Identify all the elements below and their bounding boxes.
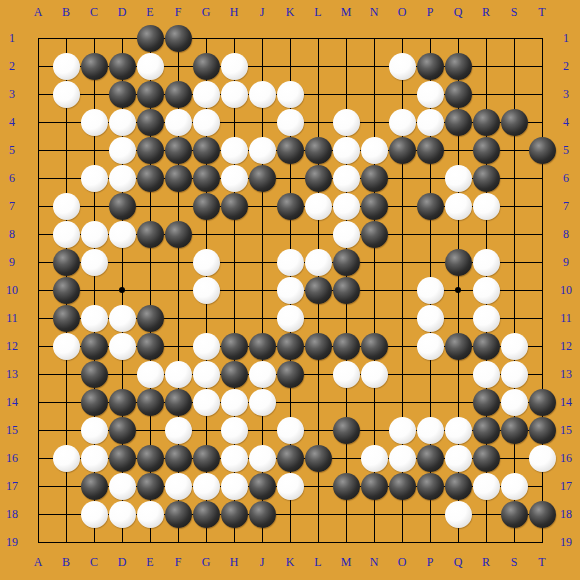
intersection-G13[interactable] bbox=[192, 360, 220, 388]
white-stone-H16[interactable] bbox=[221, 445, 248, 472]
black-stone-M10[interactable] bbox=[333, 277, 360, 304]
white-stone-C16[interactable] bbox=[81, 445, 108, 472]
black-stone-D15[interactable] bbox=[109, 417, 136, 444]
white-stone-P4[interactable] bbox=[417, 109, 444, 136]
intersection-H18[interactable] bbox=[220, 500, 248, 528]
white-stone-H14[interactable] bbox=[221, 389, 248, 416]
black-stone-M9[interactable] bbox=[333, 249, 360, 276]
intersection-O15[interactable] bbox=[388, 416, 416, 444]
white-stone-O4[interactable] bbox=[389, 109, 416, 136]
intersection-N17[interactable] bbox=[360, 472, 388, 500]
intersection-H2[interactable] bbox=[220, 52, 248, 80]
black-stone-C14[interactable] bbox=[81, 389, 108, 416]
white-stone-G13[interactable] bbox=[193, 361, 220, 388]
black-stone-F3[interactable] bbox=[165, 81, 192, 108]
intersection-D19[interactable] bbox=[108, 528, 136, 556]
white-stone-J14[interactable] bbox=[249, 389, 276, 416]
intersection-R8[interactable] bbox=[472, 220, 500, 248]
black-stone-E3[interactable] bbox=[137, 81, 164, 108]
intersection-T17[interactable] bbox=[528, 472, 556, 500]
black-stone-E1[interactable] bbox=[137, 25, 164, 52]
white-stone-F17[interactable] bbox=[165, 473, 192, 500]
intersection-F16[interactable] bbox=[164, 444, 192, 472]
white-stone-C8[interactable] bbox=[81, 221, 108, 248]
intersection-P16[interactable] bbox=[416, 444, 444, 472]
intersection-A2[interactable] bbox=[24, 52, 52, 80]
intersection-S8[interactable] bbox=[500, 220, 528, 248]
intersection-Q16[interactable] bbox=[444, 444, 472, 472]
intersection-K13[interactable] bbox=[276, 360, 304, 388]
intersection-J15[interactable] bbox=[248, 416, 276, 444]
intersection-A14[interactable] bbox=[24, 388, 52, 416]
white-stone-Q16[interactable] bbox=[445, 445, 472, 472]
intersection-L15[interactable] bbox=[304, 416, 332, 444]
intersection-L4[interactable] bbox=[304, 108, 332, 136]
intersection-O16[interactable] bbox=[388, 444, 416, 472]
black-stone-D14[interactable] bbox=[109, 389, 136, 416]
intersection-Q8[interactable] bbox=[444, 220, 472, 248]
intersection-K15[interactable] bbox=[276, 416, 304, 444]
intersection-H7[interactable] bbox=[220, 192, 248, 220]
intersection-K16[interactable] bbox=[276, 444, 304, 472]
intersection-A11[interactable] bbox=[24, 304, 52, 332]
white-stone-C4[interactable] bbox=[81, 109, 108, 136]
intersection-C13[interactable] bbox=[80, 360, 108, 388]
intersection-N2[interactable] bbox=[360, 52, 388, 80]
intersection-C9[interactable] bbox=[80, 248, 108, 276]
white-stone-E18[interactable] bbox=[137, 501, 164, 528]
intersection-S11[interactable] bbox=[500, 304, 528, 332]
black-stone-P2[interactable] bbox=[417, 53, 444, 80]
intersection-C1[interactable] bbox=[80, 24, 108, 52]
intersection-C19[interactable] bbox=[80, 528, 108, 556]
intersection-P6[interactable] bbox=[416, 164, 444, 192]
intersection-P10[interactable] bbox=[416, 276, 444, 304]
intersection-E18[interactable] bbox=[136, 500, 164, 528]
intersection-A8[interactable] bbox=[24, 220, 52, 248]
white-stone-K4[interactable] bbox=[277, 109, 304, 136]
intersection-A9[interactable] bbox=[24, 248, 52, 276]
intersection-J9[interactable] bbox=[248, 248, 276, 276]
intersection-R18[interactable] bbox=[472, 500, 500, 528]
intersection-C2[interactable] bbox=[80, 52, 108, 80]
white-stone-F15[interactable] bbox=[165, 417, 192, 444]
white-stone-R7[interactable] bbox=[473, 193, 500, 220]
black-stone-F8[interactable] bbox=[165, 221, 192, 248]
intersection-J3[interactable] bbox=[248, 80, 276, 108]
intersection-H4[interactable] bbox=[220, 108, 248, 136]
intersection-T4[interactable] bbox=[528, 108, 556, 136]
intersection-B13[interactable] bbox=[52, 360, 80, 388]
intersection-M3[interactable] bbox=[332, 80, 360, 108]
white-stone-G4[interactable] bbox=[193, 109, 220, 136]
intersection-H19[interactable] bbox=[220, 528, 248, 556]
intersection-R6[interactable] bbox=[472, 164, 500, 192]
black-stone-F5[interactable] bbox=[165, 137, 192, 164]
intersection-F13[interactable] bbox=[164, 360, 192, 388]
intersection-C8[interactable] bbox=[80, 220, 108, 248]
intersection-Q14[interactable] bbox=[444, 388, 472, 416]
white-stone-D12[interactable] bbox=[109, 333, 136, 360]
intersection-S13[interactable] bbox=[500, 360, 528, 388]
intersection-N10[interactable] bbox=[360, 276, 388, 304]
black-stone-Q17[interactable] bbox=[445, 473, 472, 500]
black-stone-K5[interactable] bbox=[277, 137, 304, 164]
intersection-M7[interactable] bbox=[332, 192, 360, 220]
black-stone-G16[interactable] bbox=[193, 445, 220, 472]
black-stone-L16[interactable] bbox=[305, 445, 332, 472]
intersection-M2[interactable] bbox=[332, 52, 360, 80]
white-stone-Q15[interactable] bbox=[445, 417, 472, 444]
black-stone-O17[interactable] bbox=[389, 473, 416, 500]
intersection-K17[interactable] bbox=[276, 472, 304, 500]
white-stone-P10[interactable] bbox=[417, 277, 444, 304]
intersection-T3[interactable] bbox=[528, 80, 556, 108]
intersection-O8[interactable] bbox=[388, 220, 416, 248]
intersection-N6[interactable] bbox=[360, 164, 388, 192]
black-stone-S15[interactable] bbox=[501, 417, 528, 444]
intersection-N8[interactable] bbox=[360, 220, 388, 248]
intersection-D1[interactable] bbox=[108, 24, 136, 52]
intersection-B5[interactable] bbox=[52, 136, 80, 164]
intersection-Q17[interactable] bbox=[444, 472, 472, 500]
black-stone-S18[interactable] bbox=[501, 501, 528, 528]
white-stone-M7[interactable] bbox=[333, 193, 360, 220]
intersection-B1[interactable] bbox=[52, 24, 80, 52]
intersection-G1[interactable] bbox=[192, 24, 220, 52]
intersection-D12[interactable] bbox=[108, 332, 136, 360]
intersection-H5[interactable] bbox=[220, 136, 248, 164]
intersection-E6[interactable] bbox=[136, 164, 164, 192]
intersection-K9[interactable] bbox=[276, 248, 304, 276]
intersection-G2[interactable] bbox=[192, 52, 220, 80]
intersection-O19[interactable] bbox=[388, 528, 416, 556]
intersection-J7[interactable] bbox=[248, 192, 276, 220]
black-stone-K12[interactable] bbox=[277, 333, 304, 360]
black-stone-G7[interactable] bbox=[193, 193, 220, 220]
intersection-E9[interactable] bbox=[136, 248, 164, 276]
intersection-B10[interactable] bbox=[52, 276, 80, 304]
intersection-H14[interactable] bbox=[220, 388, 248, 416]
intersection-M17[interactable] bbox=[332, 472, 360, 500]
black-stone-G6[interactable] bbox=[193, 165, 220, 192]
intersection-M18[interactable] bbox=[332, 500, 360, 528]
intersection-F19[interactable] bbox=[164, 528, 192, 556]
intersection-G16[interactable] bbox=[192, 444, 220, 472]
intersection-G3[interactable] bbox=[192, 80, 220, 108]
white-stone-H3[interactable] bbox=[221, 81, 248, 108]
black-stone-M15[interactable] bbox=[333, 417, 360, 444]
black-stone-T5[interactable] bbox=[529, 137, 556, 164]
intersection-H9[interactable] bbox=[220, 248, 248, 276]
intersection-S7[interactable] bbox=[500, 192, 528, 220]
intersection-J4[interactable] bbox=[248, 108, 276, 136]
intersection-E5[interactable] bbox=[136, 136, 164, 164]
intersection-O6[interactable] bbox=[388, 164, 416, 192]
intersection-R1[interactable] bbox=[472, 24, 500, 52]
intersection-B2[interactable] bbox=[52, 52, 80, 80]
intersection-O4[interactable] bbox=[388, 108, 416, 136]
black-stone-G18[interactable] bbox=[193, 501, 220, 528]
black-stone-P7[interactable] bbox=[417, 193, 444, 220]
intersection-Q19[interactable] bbox=[444, 528, 472, 556]
white-stone-B8[interactable] bbox=[53, 221, 80, 248]
white-stone-R9[interactable] bbox=[473, 249, 500, 276]
intersection-M10[interactable] bbox=[332, 276, 360, 304]
white-stone-O16[interactable] bbox=[389, 445, 416, 472]
intersection-T12[interactable] bbox=[528, 332, 556, 360]
intersection-L14[interactable] bbox=[304, 388, 332, 416]
black-stone-E16[interactable] bbox=[137, 445, 164, 472]
black-stone-E6[interactable] bbox=[137, 165, 164, 192]
intersection-T13[interactable] bbox=[528, 360, 556, 388]
white-stone-D11[interactable] bbox=[109, 305, 136, 332]
white-stone-P12[interactable] bbox=[417, 333, 444, 360]
intersection-R19[interactable] bbox=[472, 528, 500, 556]
intersection-Q3[interactable] bbox=[444, 80, 472, 108]
intersection-B15[interactable] bbox=[52, 416, 80, 444]
white-stone-Q7[interactable] bbox=[445, 193, 472, 220]
white-stone-B7[interactable] bbox=[53, 193, 80, 220]
intersection-T2[interactable] bbox=[528, 52, 556, 80]
white-stone-N13[interactable] bbox=[361, 361, 388, 388]
white-stone-B12[interactable] bbox=[53, 333, 80, 360]
intersection-F18[interactable] bbox=[164, 500, 192, 528]
white-stone-B2[interactable] bbox=[53, 53, 80, 80]
intersection-K12[interactable] bbox=[276, 332, 304, 360]
white-stone-T16[interactable] bbox=[529, 445, 556, 472]
intersection-K19[interactable] bbox=[276, 528, 304, 556]
intersection-K10[interactable] bbox=[276, 276, 304, 304]
intersection-Q13[interactable] bbox=[444, 360, 472, 388]
intersection-P15[interactable] bbox=[416, 416, 444, 444]
intersection-D15[interactable] bbox=[108, 416, 136, 444]
intersection-T5[interactable] bbox=[528, 136, 556, 164]
black-stone-L12[interactable] bbox=[305, 333, 332, 360]
intersection-D18[interactable] bbox=[108, 500, 136, 528]
intersection-F10[interactable] bbox=[164, 276, 192, 304]
white-stone-E13[interactable] bbox=[137, 361, 164, 388]
intersection-N3[interactable] bbox=[360, 80, 388, 108]
intersection-P12[interactable] bbox=[416, 332, 444, 360]
intersection-T6[interactable] bbox=[528, 164, 556, 192]
white-stone-K10[interactable] bbox=[277, 277, 304, 304]
intersection-R7[interactable] bbox=[472, 192, 500, 220]
intersection-M9[interactable] bbox=[332, 248, 360, 276]
intersection-T19[interactable] bbox=[528, 528, 556, 556]
black-stone-F6[interactable] bbox=[165, 165, 192, 192]
intersection-D2[interactable] bbox=[108, 52, 136, 80]
white-stone-Q6[interactable] bbox=[445, 165, 472, 192]
intersection-O9[interactable] bbox=[388, 248, 416, 276]
intersection-E3[interactable] bbox=[136, 80, 164, 108]
intersection-A16[interactable] bbox=[24, 444, 52, 472]
intersection-G17[interactable] bbox=[192, 472, 220, 500]
intersection-D3[interactable] bbox=[108, 80, 136, 108]
intersection-C17[interactable] bbox=[80, 472, 108, 500]
intersection-R17[interactable] bbox=[472, 472, 500, 500]
white-stone-P15[interactable] bbox=[417, 417, 444, 444]
intersection-T16[interactable] bbox=[528, 444, 556, 472]
black-stone-C13[interactable] bbox=[81, 361, 108, 388]
black-stone-L10[interactable] bbox=[305, 277, 332, 304]
intersection-K3[interactable] bbox=[276, 80, 304, 108]
intersection-C16[interactable] bbox=[80, 444, 108, 472]
intersection-E17[interactable] bbox=[136, 472, 164, 500]
intersection-N9[interactable] bbox=[360, 248, 388, 276]
black-stone-F16[interactable] bbox=[165, 445, 192, 472]
white-stone-Q18[interactable] bbox=[445, 501, 472, 528]
white-stone-P11[interactable] bbox=[417, 305, 444, 332]
intersection-B3[interactable] bbox=[52, 80, 80, 108]
intersection-G15[interactable] bbox=[192, 416, 220, 444]
intersection-M11[interactable] bbox=[332, 304, 360, 332]
intersection-R16[interactable] bbox=[472, 444, 500, 472]
intersection-G18[interactable] bbox=[192, 500, 220, 528]
black-stone-B10[interactable] bbox=[53, 277, 80, 304]
intersection-T15[interactable] bbox=[528, 416, 556, 444]
intersection-E15[interactable] bbox=[136, 416, 164, 444]
white-stone-D18[interactable] bbox=[109, 501, 136, 528]
black-stone-S4[interactable] bbox=[501, 109, 528, 136]
intersection-H16[interactable] bbox=[220, 444, 248, 472]
intersection-D16[interactable] bbox=[108, 444, 136, 472]
black-stone-J6[interactable] bbox=[249, 165, 276, 192]
intersection-A5[interactable] bbox=[24, 136, 52, 164]
intersection-J14[interactable] bbox=[248, 388, 276, 416]
white-stone-E2[interactable] bbox=[137, 53, 164, 80]
black-stone-D2[interactable] bbox=[109, 53, 136, 80]
black-stone-N7[interactable] bbox=[361, 193, 388, 220]
intersection-J18[interactable] bbox=[248, 500, 276, 528]
black-stone-T18[interactable] bbox=[529, 501, 556, 528]
intersection-T8[interactable] bbox=[528, 220, 556, 248]
intersection-F15[interactable] bbox=[164, 416, 192, 444]
intersection-Q18[interactable] bbox=[444, 500, 472, 528]
intersection-F11[interactable] bbox=[164, 304, 192, 332]
intersection-M15[interactable] bbox=[332, 416, 360, 444]
intersection-P7[interactable] bbox=[416, 192, 444, 220]
intersection-G10[interactable] bbox=[192, 276, 220, 304]
intersection-O1[interactable] bbox=[388, 24, 416, 52]
intersection-S6[interactable] bbox=[500, 164, 528, 192]
white-stone-R17[interactable] bbox=[473, 473, 500, 500]
intersection-N16[interactable] bbox=[360, 444, 388, 472]
intersection-B19[interactable] bbox=[52, 528, 80, 556]
white-stone-J5[interactable] bbox=[249, 137, 276, 164]
intersection-O7[interactable] bbox=[388, 192, 416, 220]
black-stone-H13[interactable] bbox=[221, 361, 248, 388]
black-stone-N6[interactable] bbox=[361, 165, 388, 192]
intersection-B12[interactable] bbox=[52, 332, 80, 360]
intersection-D17[interactable] bbox=[108, 472, 136, 500]
intersection-D4[interactable] bbox=[108, 108, 136, 136]
white-stone-M6[interactable] bbox=[333, 165, 360, 192]
intersection-L19[interactable] bbox=[304, 528, 332, 556]
intersection-H3[interactable] bbox=[220, 80, 248, 108]
intersection-B18[interactable] bbox=[52, 500, 80, 528]
black-stone-B11[interactable] bbox=[53, 305, 80, 332]
black-stone-P16[interactable] bbox=[417, 445, 444, 472]
intersection-T1[interactable] bbox=[528, 24, 556, 52]
intersection-R13[interactable] bbox=[472, 360, 500, 388]
intersection-N5[interactable] bbox=[360, 136, 388, 164]
intersection-M4[interactable] bbox=[332, 108, 360, 136]
intersection-O5[interactable] bbox=[388, 136, 416, 164]
intersection-E1[interactable] bbox=[136, 24, 164, 52]
intersection-C14[interactable] bbox=[80, 388, 108, 416]
intersection-C10[interactable] bbox=[80, 276, 108, 304]
intersection-R14[interactable] bbox=[472, 388, 500, 416]
black-stone-H18[interactable] bbox=[221, 501, 248, 528]
intersection-E16[interactable] bbox=[136, 444, 164, 472]
intersection-G9[interactable] bbox=[192, 248, 220, 276]
white-stone-M5[interactable] bbox=[333, 137, 360, 164]
white-stone-D8[interactable] bbox=[109, 221, 136, 248]
intersection-G4[interactable] bbox=[192, 108, 220, 136]
intersection-L1[interactable] bbox=[304, 24, 332, 52]
intersection-H1[interactable] bbox=[220, 24, 248, 52]
intersection-F8[interactable] bbox=[164, 220, 192, 248]
white-stone-M8[interactable] bbox=[333, 221, 360, 248]
intersection-G14[interactable] bbox=[192, 388, 220, 416]
white-stone-G9[interactable] bbox=[193, 249, 220, 276]
intersection-P5[interactable] bbox=[416, 136, 444, 164]
black-stone-Q4[interactable] bbox=[445, 109, 472, 136]
intersection-M14[interactable] bbox=[332, 388, 360, 416]
intersection-B6[interactable] bbox=[52, 164, 80, 192]
intersection-N7[interactable] bbox=[360, 192, 388, 220]
intersection-F1[interactable] bbox=[164, 24, 192, 52]
black-stone-F1[interactable] bbox=[165, 25, 192, 52]
intersection-L12[interactable] bbox=[304, 332, 332, 360]
intersection-D6[interactable] bbox=[108, 164, 136, 192]
intersection-T9[interactable] bbox=[528, 248, 556, 276]
intersection-K7[interactable] bbox=[276, 192, 304, 220]
intersection-P13[interactable] bbox=[416, 360, 444, 388]
white-stone-C11[interactable] bbox=[81, 305, 108, 332]
intersection-J17[interactable] bbox=[248, 472, 276, 500]
intersection-K6[interactable] bbox=[276, 164, 304, 192]
intersection-E10[interactable] bbox=[136, 276, 164, 304]
intersection-Q11[interactable] bbox=[444, 304, 472, 332]
intersection-F12[interactable] bbox=[164, 332, 192, 360]
white-stone-G12[interactable] bbox=[193, 333, 220, 360]
white-stone-F4[interactable] bbox=[165, 109, 192, 136]
white-stone-H15[interactable] bbox=[221, 417, 248, 444]
white-stone-G10[interactable] bbox=[193, 277, 220, 304]
black-stone-Q2[interactable] bbox=[445, 53, 472, 80]
intersection-Q5[interactable] bbox=[444, 136, 472, 164]
white-stone-P3[interactable] bbox=[417, 81, 444, 108]
black-stone-R15[interactable] bbox=[473, 417, 500, 444]
intersection-J11[interactable] bbox=[248, 304, 276, 332]
intersection-J12[interactable] bbox=[248, 332, 276, 360]
black-stone-E8[interactable] bbox=[137, 221, 164, 248]
intersection-L11[interactable] bbox=[304, 304, 332, 332]
intersection-A18[interactable] bbox=[24, 500, 52, 528]
white-stone-M4[interactable] bbox=[333, 109, 360, 136]
intersection-L2[interactable] bbox=[304, 52, 332, 80]
black-stone-M17[interactable] bbox=[333, 473, 360, 500]
black-stone-D7[interactable] bbox=[109, 193, 136, 220]
black-stone-J17[interactable] bbox=[249, 473, 276, 500]
intersection-H15[interactable] bbox=[220, 416, 248, 444]
intersection-G5[interactable] bbox=[192, 136, 220, 164]
black-stone-N17[interactable] bbox=[361, 473, 388, 500]
white-stone-J13[interactable] bbox=[249, 361, 276, 388]
intersection-K1[interactable] bbox=[276, 24, 304, 52]
